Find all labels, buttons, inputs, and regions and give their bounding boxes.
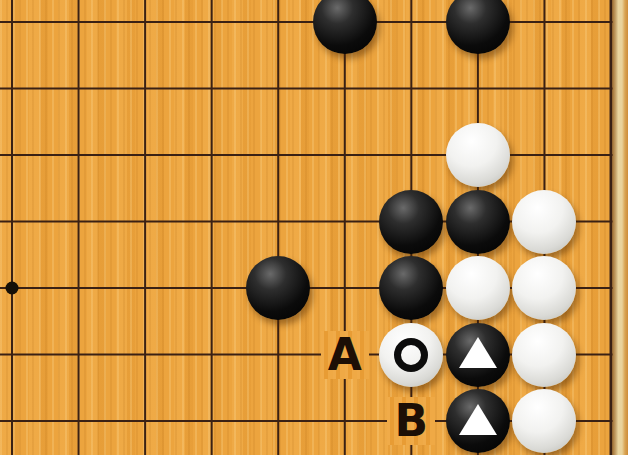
point-label-text: A: [328, 333, 362, 377]
black-stone-triangle-marked: [446, 323, 510, 387]
triangle-mark: [459, 337, 497, 368]
white-stone: [512, 256, 576, 320]
black-stone: [446, 190, 510, 254]
black-stone: [379, 256, 443, 320]
point-label-text: B: [395, 399, 429, 443]
go-board[interactable]: AB: [0, 0, 628, 455]
black-stone: [379, 190, 443, 254]
white-stone: [512, 389, 576, 453]
white-stone: [446, 123, 510, 187]
point-label-b[interactable]: B: [387, 397, 435, 445]
white-stone: [512, 190, 576, 254]
white-stone: [512, 323, 576, 387]
board-right-margin: [613, 0, 628, 455]
white-stone: [446, 256, 510, 320]
black-stone: [246, 256, 310, 320]
white-stone-circle-marked: [379, 323, 443, 387]
circle-mark: [394, 338, 428, 372]
point-label-a[interactable]: A: [321, 331, 369, 379]
black-stone-triangle-marked: [446, 389, 510, 453]
triangle-mark: [459, 404, 497, 435]
star-point: [6, 282, 19, 295]
